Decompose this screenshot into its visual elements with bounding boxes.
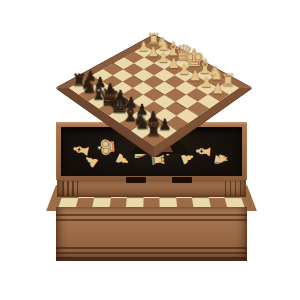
board-square: ♜ <box>142 131 166 147</box>
tray-groove-left <box>62 181 78 196</box>
hinge-icon <box>126 177 146 183</box>
moulding-groove <box>56 247 247 249</box>
chess-set-product-photo: ♝♟♚♟♞♜♛♟♝♞ ♜♞♝♛♚♝♞♜♟♟♟♟♟♟♟♟♟♟♟♟♟♟♟♟♜♞♝♛♚… <box>0 0 300 300</box>
bottom-box-front-face <box>56 207 247 261</box>
stored-piece-knight: ♞ <box>211 150 230 168</box>
chess-piece-white: ♟ <box>205 81 229 95</box>
moulding-groove <box>56 257 247 259</box>
moulding-groove <box>56 219 247 221</box>
tray-front-face <box>57 180 246 197</box>
moulding-groove <box>56 252 247 254</box>
hinge-icon <box>172 177 192 183</box>
stored-piece-pawn: ♟ <box>112 150 131 169</box>
tray-groove-right <box>225 181 241 196</box>
moulding-groove <box>56 214 247 216</box>
chess-piece-black: ♜ <box>140 121 167 140</box>
